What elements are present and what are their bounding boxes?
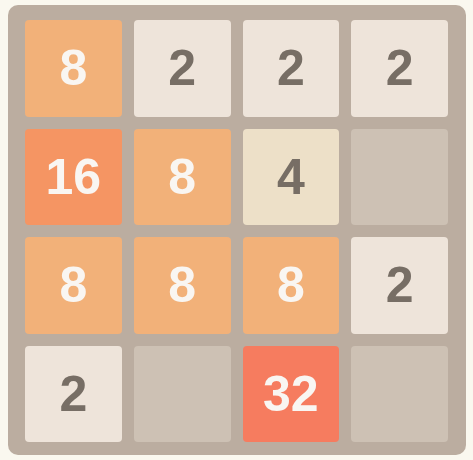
tile-8-r3c3: 8 xyxy=(243,237,340,334)
tile-16-r2c1: 16 xyxy=(25,129,122,226)
tile-2-r1c2: 2 xyxy=(134,20,231,117)
board-2048[interactable]: 822216848882232 xyxy=(8,5,466,455)
empty-cell-r4c4 xyxy=(351,346,448,443)
tile-2-r1c3: 2 xyxy=(243,20,340,117)
tile-2-r3c4: 2 xyxy=(351,237,448,334)
tile-4-r2c3: 4 xyxy=(243,129,340,226)
empty-cell-r4c2 xyxy=(134,346,231,443)
tile-8-r3c2: 8 xyxy=(134,237,231,334)
tile-2-r1c4: 2 xyxy=(351,20,448,117)
tile-8-r2c2: 8 xyxy=(134,129,231,226)
tile-32-r4c3: 32 xyxy=(243,346,340,443)
empty-cell-r2c4 xyxy=(351,129,448,226)
tile-8-r3c1: 8 xyxy=(25,237,122,334)
tile-8-r1c1: 8 xyxy=(25,20,122,117)
tile-2-r4c1: 2 xyxy=(25,346,122,443)
